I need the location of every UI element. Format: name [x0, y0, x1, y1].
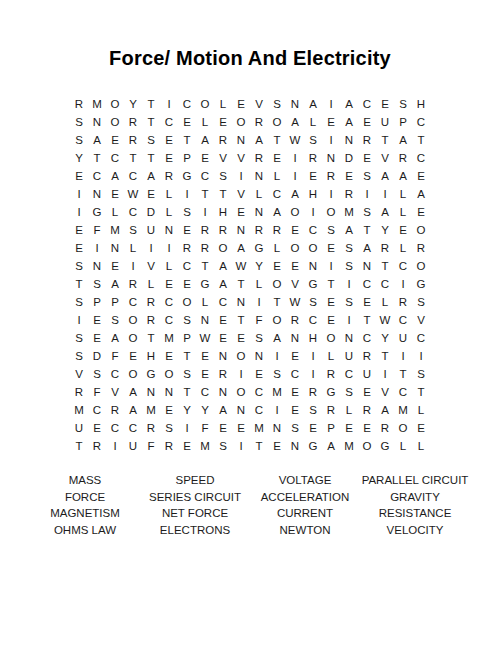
grid-cell: T — [358, 221, 376, 239]
grid-cell: T — [232, 275, 250, 293]
grid-cell: N — [214, 383, 232, 401]
grid-cell: F — [88, 221, 106, 239]
grid-cell: E — [214, 113, 232, 131]
grid-cell: E — [160, 401, 178, 419]
grid-cell: A — [142, 167, 160, 185]
grid-cell: N — [232, 401, 250, 419]
grid-cell: R — [214, 365, 232, 383]
grid-cell: T — [376, 131, 394, 149]
grid-cell: I — [268, 347, 286, 365]
grid-cell: Y — [376, 329, 394, 347]
grid-cell: I — [232, 167, 250, 185]
grid-cell: G — [322, 383, 340, 401]
grid-cell: O — [232, 383, 250, 401]
grid-cell: I — [70, 203, 88, 221]
grid-cell: R — [70, 383, 88, 401]
grid-cell: L — [160, 203, 178, 221]
grid-cell: A — [214, 275, 232, 293]
grid-cell: R — [178, 239, 196, 257]
grid-cell: U — [142, 221, 160, 239]
grid-cell: V — [250, 95, 268, 113]
word-bank-item: RESISTANCE — [360, 505, 470, 522]
grid-cell: E — [178, 113, 196, 131]
grid-cell: S — [304, 293, 322, 311]
grid-cell: N — [214, 347, 232, 365]
grid-cell: T — [124, 149, 142, 167]
grid-cell: O — [412, 221, 430, 239]
grid-cell: N — [88, 185, 106, 203]
grid-cell: A — [412, 185, 430, 203]
grid-cell: R — [124, 113, 142, 131]
grid-cell: L — [412, 437, 430, 455]
grid-cell: R — [376, 239, 394, 257]
grid-cell: E — [232, 419, 250, 437]
grid-cell: I — [304, 365, 322, 383]
grid-cell: A — [376, 401, 394, 419]
grid-cell: L — [322, 347, 340, 365]
grid-cell: O — [394, 419, 412, 437]
grid-cell: L — [142, 275, 160, 293]
worksheet-page: Force/ Motion And Electricity RMOYTICOLE… — [0, 0, 500, 647]
grid-cell: C — [394, 311, 412, 329]
grid-cell: O — [214, 239, 232, 257]
grid-cell: O — [106, 113, 124, 131]
grid-cell: S — [412, 365, 430, 383]
grid-cell: T — [178, 131, 196, 149]
grid-cell: S — [304, 401, 322, 419]
grid-cell: P — [322, 419, 340, 437]
grid-cell: R — [376, 419, 394, 437]
grid-cell: I — [268, 401, 286, 419]
grid-cell: O — [268, 311, 286, 329]
grid-cell: V — [106, 383, 124, 401]
grid-cell: S — [70, 329, 88, 347]
grid-cell: S — [304, 131, 322, 149]
grid-cell: E — [322, 311, 340, 329]
grid-cell: R — [412, 239, 430, 257]
grid-cell: R — [124, 275, 142, 293]
grid-cell: L — [268, 167, 286, 185]
grid-cell: C — [88, 401, 106, 419]
grid-cell: Y — [376, 221, 394, 239]
grid-cell: R — [358, 131, 376, 149]
grid-cell: I — [322, 131, 340, 149]
grid-cell: A — [268, 329, 286, 347]
grid-cell: E — [268, 257, 286, 275]
grid-cell: R — [250, 113, 268, 131]
grid-cell: E — [358, 383, 376, 401]
grid-cell: V — [376, 383, 394, 401]
grid-cell: I — [286, 167, 304, 185]
grid-cell: L — [160, 257, 178, 275]
grid-cell: R — [196, 221, 214, 239]
grid-cell: E — [214, 311, 232, 329]
grid-cell: E — [358, 113, 376, 131]
grid-cell: I — [196, 203, 214, 221]
grid-cell: E — [358, 293, 376, 311]
grid-cell: O — [124, 365, 142, 383]
grid-cell: U — [124, 437, 142, 455]
grid-cell: V — [412, 311, 430, 329]
grid-cell: T — [232, 311, 250, 329]
grid-cell: V — [376, 149, 394, 167]
grid-cell: I — [394, 275, 412, 293]
grid-cell: C — [358, 95, 376, 113]
grid-cell: E — [268, 437, 286, 455]
grid-cell: I — [358, 185, 376, 203]
grid-cell: R — [340, 185, 358, 203]
grid-cell: A — [214, 401, 232, 419]
grid-cell: G — [250, 239, 268, 257]
grid-cell: E — [412, 167, 430, 185]
grid-cell: I — [304, 347, 322, 365]
grid-cell: M — [340, 203, 358, 221]
grid-cell: F — [88, 383, 106, 401]
grid-cell: M — [196, 437, 214, 455]
grid-cell: I — [106, 437, 124, 455]
grid-cell: R — [196, 239, 214, 257]
grid-cell: N — [268, 419, 286, 437]
grid-cell: C — [196, 167, 214, 185]
grid-cell: R — [124, 131, 142, 149]
grid-cell: A — [340, 221, 358, 239]
grid-cell: I — [88, 239, 106, 257]
grid-cell: C — [268, 185, 286, 203]
grid-cell: I — [160, 95, 178, 113]
grid-cell: I — [70, 185, 88, 203]
grid-cell: O — [160, 365, 178, 383]
grid-cell: G — [412, 275, 430, 293]
grid-cell: C — [196, 383, 214, 401]
word-search-grid: RMOYTICOLEVSNAIACESHSNORTCELEOROALEAEUPC… — [70, 95, 430, 455]
grid-cell: C — [124, 167, 142, 185]
grid-cell: T — [142, 329, 160, 347]
grid-cell: A — [106, 275, 124, 293]
grid-cell: E — [160, 131, 178, 149]
grid-cell: A — [394, 131, 412, 149]
grid-cell: O — [412, 257, 430, 275]
grid-cell: C — [304, 311, 322, 329]
word-bank-item: NEWTON — [250, 522, 360, 539]
grid-cell: I — [160, 239, 178, 257]
grid-cell: S — [340, 257, 358, 275]
grid-cell: S — [358, 167, 376, 185]
grid-cell: S — [178, 311, 196, 329]
grid-cell: W — [124, 185, 142, 203]
grid-cell: O — [124, 329, 142, 347]
grid-cell: L — [394, 437, 412, 455]
grid-cell: R — [394, 293, 412, 311]
grid-cell: S — [178, 203, 196, 221]
word-bank-item: CURRENT — [250, 505, 360, 522]
word-bank-item: NET FORCE — [140, 505, 250, 522]
grid-cell: H — [214, 203, 232, 221]
grid-cell: N — [340, 329, 358, 347]
grid-cell: U — [70, 419, 88, 437]
grid-cell: I — [412, 347, 430, 365]
grid-cell: E — [358, 149, 376, 167]
grid-cell: S — [340, 383, 358, 401]
grid-cell: T — [214, 185, 232, 203]
grid-cell: A — [196, 131, 214, 149]
grid-cell: S — [250, 329, 268, 347]
grid-cell: N — [232, 131, 250, 149]
grid-cell: S — [322, 221, 340, 239]
word-bank-item: SERIES CIRCUIT — [140, 489, 250, 506]
grid-cell: T — [376, 257, 394, 275]
grid-cell: C — [178, 257, 196, 275]
grid-cell: S — [394, 95, 412, 113]
grid-cell: C — [304, 221, 322, 239]
grid-cell: T — [394, 365, 412, 383]
grid-cell: E — [160, 149, 178, 167]
grid-cell: A — [304, 95, 322, 113]
grid-cell: E — [88, 329, 106, 347]
grid-cell: C — [124, 293, 142, 311]
grid-cell: I — [322, 257, 340, 275]
grid-cell: N — [160, 221, 178, 239]
grid-cell: R — [160, 437, 178, 455]
grid-cell: I — [376, 365, 394, 383]
grid-cell: E — [340, 419, 358, 437]
grid-cell: A — [322, 437, 340, 455]
grid-cell: E — [268, 149, 286, 167]
grid-cell: F — [196, 419, 214, 437]
grid-cell: E — [376, 95, 394, 113]
grid-cell: M — [88, 95, 106, 113]
grid-cell: N — [322, 149, 340, 167]
grid-cell: N — [250, 167, 268, 185]
grid-cell: S — [70, 257, 88, 275]
grid-cell: T — [142, 149, 160, 167]
grid-cell: P — [178, 329, 196, 347]
grid-cell: T — [178, 383, 196, 401]
grid-cell: E — [88, 419, 106, 437]
grid-cell: R — [106, 401, 124, 419]
grid-cell: R — [322, 365, 340, 383]
grid-cell: G — [196, 275, 214, 293]
grid-cell: C — [412, 149, 430, 167]
grid-cell: Y — [196, 401, 214, 419]
grid-cell: U — [358, 365, 376, 383]
grid-cell: S — [70, 293, 88, 311]
grid-cell: A — [286, 113, 304, 131]
grid-cell: C — [178, 95, 196, 113]
grid-cell: O — [268, 275, 286, 293]
grid-cell: P — [178, 149, 196, 167]
grid-cell: S — [70, 131, 88, 149]
grid-cell: E — [214, 419, 232, 437]
grid-cell: R — [358, 347, 376, 365]
grid-cell: T — [358, 311, 376, 329]
grid-cell: I — [394, 347, 412, 365]
grid-cell: O — [286, 203, 304, 221]
grid-cell: E — [106, 185, 124, 203]
grid-cell: E — [232, 329, 250, 347]
grid-cell: E — [322, 113, 340, 131]
grid-cell: L — [394, 239, 412, 257]
grid-cell: E — [340, 167, 358, 185]
grid-cell: R — [268, 221, 286, 239]
word-bank-item: ACCELERATION — [250, 489, 360, 506]
grid-cell: M — [250, 419, 268, 437]
grid-cell: C — [124, 419, 142, 437]
grid-cell: I — [178, 185, 196, 203]
grid-cell: I — [286, 149, 304, 167]
grid-cell: S — [160, 419, 178, 437]
grid-cell: R — [286, 311, 304, 329]
grid-cell: W — [376, 311, 394, 329]
grid-cell: C — [124, 203, 142, 221]
grid-cell: W — [232, 257, 250, 275]
grid-cell: R — [214, 221, 232, 239]
grid-cell: L — [304, 113, 322, 131]
grid-cell: P — [394, 113, 412, 131]
grid-cell: Y — [124, 95, 142, 113]
grid-cell: S — [142, 131, 160, 149]
grid-cell: A — [340, 113, 358, 131]
grid-cell: C — [106, 149, 124, 167]
grid-cell: C — [250, 401, 268, 419]
grid-cell: S — [340, 293, 358, 311]
grid-cell: S — [178, 365, 196, 383]
grid-cell: D — [142, 203, 160, 221]
grid-cell: U — [376, 113, 394, 131]
grid-cell: S — [286, 419, 304, 437]
grid-cell: T — [376, 347, 394, 365]
grid-cell: N — [286, 329, 304, 347]
grid-cell: A — [250, 131, 268, 149]
grid-cell: M — [268, 383, 286, 401]
grid-cell: C — [340, 365, 358, 383]
grid-cell: M — [142, 401, 160, 419]
grid-cell: W — [286, 293, 304, 311]
grid-cell: E — [70, 167, 88, 185]
word-bank-item: FORCE — [30, 489, 140, 506]
grid-cell: T — [196, 185, 214, 203]
grid-cell: C — [214, 293, 232, 311]
grid-cell: S — [70, 113, 88, 131]
grid-cell: N — [142, 383, 160, 401]
grid-cell: O — [286, 239, 304, 257]
grid-cell: L — [196, 113, 214, 131]
word-bank-item: VOLTAGE — [250, 472, 360, 489]
grid-cell: R — [250, 221, 268, 239]
grid-cell: E — [142, 185, 160, 203]
grid-cell: C — [88, 167, 106, 185]
grid-cell: S — [214, 437, 232, 455]
grid-cell: Y — [250, 257, 268, 275]
word-bank-item: VELOCITY — [360, 522, 470, 539]
grid-cell: N — [250, 203, 268, 221]
grid-cell: D — [340, 149, 358, 167]
grid-cell: E — [286, 221, 304, 239]
grid-cell: I — [250, 293, 268, 311]
grid-cell: L — [250, 185, 268, 203]
grid-cell: S — [106, 311, 124, 329]
grid-cell: V — [70, 365, 88, 383]
grid-cell: R — [160, 167, 178, 185]
grid-cell: C — [160, 293, 178, 311]
grid-cell: R — [70, 95, 88, 113]
grid-cell: S — [124, 221, 142, 239]
grid-cell: T — [70, 437, 88, 455]
grid-cell: T — [142, 95, 160, 113]
grid-cell: N — [160, 383, 178, 401]
grid-cell: I — [232, 365, 250, 383]
grid-cell: N — [232, 293, 250, 311]
grid-cell: C — [412, 113, 430, 131]
word-bank-item: PARALLEL CIRCUIT — [360, 472, 470, 489]
grid-cell: R — [142, 311, 160, 329]
grid-cell: D — [88, 347, 106, 365]
grid-cell: E — [214, 329, 232, 347]
grid-cell: U — [340, 347, 358, 365]
grid-cell: C — [160, 311, 178, 329]
grid-cell: A — [340, 95, 358, 113]
grid-cell: E — [178, 437, 196, 455]
grid-cell: M — [340, 437, 358, 455]
grid-cell: I — [232, 437, 250, 455]
grid-cell: U — [394, 329, 412, 347]
grid-cell: R — [394, 149, 412, 167]
grid-cell: F — [106, 347, 124, 365]
grid-cell: M — [394, 401, 412, 419]
grid-cell: A — [88, 131, 106, 149]
grid-cell: C — [106, 365, 124, 383]
grid-cell: O — [106, 95, 124, 113]
grid-cell: E — [178, 221, 196, 239]
grid-cell: I — [340, 311, 358, 329]
grid-cell: C — [376, 275, 394, 293]
grid-cell: N — [340, 131, 358, 149]
grid-cell: I — [142, 239, 160, 257]
grid-cell: E — [196, 149, 214, 167]
grid-cell: E — [88, 311, 106, 329]
grid-cell: F — [250, 311, 268, 329]
grid-cell: R — [214, 131, 232, 149]
grid-cell: O — [322, 203, 340, 221]
grid-cell: E — [286, 347, 304, 365]
grid-cell: E — [232, 203, 250, 221]
grid-cell: M — [70, 401, 88, 419]
grid-cell: E — [70, 239, 88, 257]
grid-cell: N — [232, 221, 250, 239]
grid-cell: A — [214, 257, 232, 275]
grid-cell: N — [286, 95, 304, 113]
grid-cell: P — [88, 293, 106, 311]
grid-cell: G — [88, 203, 106, 221]
grid-cell: S — [88, 365, 106, 383]
grid-cell: C — [286, 365, 304, 383]
grid-cell: M — [160, 329, 178, 347]
grid-cell: L — [412, 401, 430, 419]
grid-cell: O — [232, 113, 250, 131]
grid-cell: P — [106, 293, 124, 311]
grid-cell: G — [376, 437, 394, 455]
grid-cell: E — [106, 257, 124, 275]
grid-cell: L — [394, 185, 412, 203]
grid-cell: Y — [70, 149, 88, 167]
grid-cell: L — [124, 239, 142, 257]
grid-cell: C — [106, 419, 124, 437]
grid-cell: V — [286, 275, 304, 293]
grid-cell: A — [268, 203, 286, 221]
grid-cell: T — [142, 113, 160, 131]
grid-cell: E — [322, 293, 340, 311]
grid-cell: A — [394, 167, 412, 185]
grid-cell: E — [286, 401, 304, 419]
